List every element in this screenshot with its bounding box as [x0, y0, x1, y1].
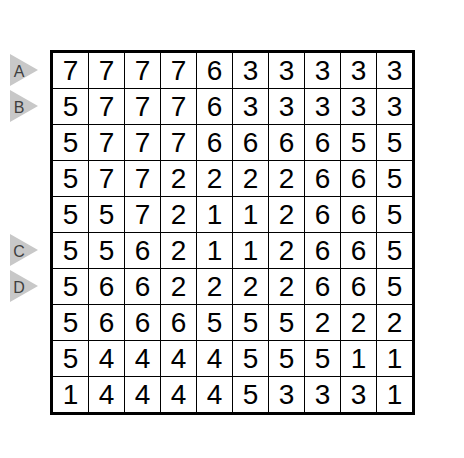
grid-cell: 5	[53, 233, 88, 268]
grid-cell: 4	[161, 377, 196, 412]
grid-cell: 7	[161, 89, 196, 124]
grid-cell: 7	[89, 53, 124, 88]
grid-cell: 5	[269, 341, 304, 376]
grid-cell: 3	[305, 377, 340, 412]
grid-cell: 5	[377, 197, 412, 232]
grid-cell: 6	[305, 269, 340, 304]
grid-cell: 5	[53, 341, 88, 376]
grid-cell: 4	[89, 377, 124, 412]
grid-cell: 1	[341, 341, 376, 376]
grid-cell: 5	[377, 233, 412, 268]
grid-cell: 7	[161, 53, 196, 88]
arrow-right-icon: D	[10, 270, 38, 302]
grid-cell: 4	[197, 377, 232, 412]
grid-cell: 7	[53, 53, 88, 88]
grid-cell: 2	[197, 269, 232, 304]
grid-cell: 5	[233, 341, 268, 376]
grid-cell: 3	[269, 53, 304, 88]
grid-cell: 7	[125, 89, 160, 124]
grid-cell: 2	[161, 269, 196, 304]
grid-cell: 1	[53, 377, 88, 412]
grid-cell: 2	[269, 197, 304, 232]
grid-cell: 1	[197, 197, 232, 232]
grid-cell: 6	[125, 305, 160, 340]
grid-cell: 6	[161, 305, 196, 340]
grid-cell: 7	[125, 197, 160, 232]
grid-cell: 6	[197, 53, 232, 88]
answer-arrow-label: B	[14, 99, 25, 116]
grid-cell: 5	[377, 269, 412, 304]
grid-cell: 5	[53, 305, 88, 340]
grid-cell: 4	[125, 377, 160, 412]
grid-cell: 5	[53, 197, 88, 232]
grid-cell: 4	[197, 341, 232, 376]
grid-cell: 3	[305, 89, 340, 124]
puzzle-canvas: ABCD 77776333335777633333577766665557722…	[0, 0, 464, 458]
grid-cell: 6	[125, 269, 160, 304]
grid-cell: 5	[377, 125, 412, 160]
grid-cell: 5	[305, 341, 340, 376]
grid-cell: 6	[89, 305, 124, 340]
grid-cell: 6	[305, 197, 340, 232]
grid-cell: 2	[305, 305, 340, 340]
grid-cell: 6	[89, 269, 124, 304]
puzzle-grid: 7777633333577763333357776666555772222665…	[50, 50, 415, 415]
grid-cell: 2	[233, 269, 268, 304]
grid-cell: 3	[341, 89, 376, 124]
grid-cell: 2	[233, 161, 268, 196]
grid-cell: 5	[197, 305, 232, 340]
grid-cell: 6	[197, 125, 232, 160]
arrow-right-icon: A	[10, 54, 38, 86]
grid-cell: 1	[233, 233, 268, 268]
grid-cell: 7	[125, 53, 160, 88]
grid-cell: 6	[341, 161, 376, 196]
grid-cell: 5	[53, 161, 88, 196]
grid-cell: 5	[377, 161, 412, 196]
arrow-right-icon: C	[10, 234, 38, 266]
grid-cell: 7	[161, 125, 196, 160]
grid-cell: 5	[89, 233, 124, 268]
grid-cell: 2	[161, 197, 196, 232]
answer-arrow-A: A	[10, 54, 38, 86]
grid-cell: 3	[269, 89, 304, 124]
grid-cell: 3	[305, 53, 340, 88]
grid-cell: 3	[233, 89, 268, 124]
grid-cell: 3	[269, 377, 304, 412]
grid-cell: 3	[377, 53, 412, 88]
grid-cell: 2	[269, 233, 304, 268]
grid-cell: 1	[377, 377, 412, 412]
grid-cell: 2	[269, 161, 304, 196]
grid-cell: 2	[377, 305, 412, 340]
grid-cell: 4	[161, 341, 196, 376]
grid-cell: 4	[89, 341, 124, 376]
grid-cell: 1	[377, 341, 412, 376]
grid-cell: 2	[161, 233, 196, 268]
grid-cell: 6	[269, 125, 304, 160]
grid-cell: 7	[125, 161, 160, 196]
grid-cell: 6	[233, 125, 268, 160]
grid-cell: 5	[233, 305, 268, 340]
grid-cell: 6	[341, 269, 376, 304]
answer-arrow-B: B	[10, 90, 38, 122]
grid-cell: 2	[161, 161, 196, 196]
grid-cell: 6	[305, 161, 340, 196]
answer-arrow-label: D	[13, 279, 25, 296]
grid-cell: 3	[233, 53, 268, 88]
answer-arrow-C: C	[10, 234, 38, 266]
grid-cell: 7	[89, 161, 124, 196]
grid-cell: 3	[377, 89, 412, 124]
grid-cell: 1	[233, 197, 268, 232]
grid-cell: 2	[197, 161, 232, 196]
grid-cell: 6	[341, 197, 376, 232]
grid-cell: 7	[125, 125, 160, 160]
answer-arrow-label: A	[14, 63, 25, 80]
answer-arrow-D: D	[10, 270, 38, 302]
grid-cell: 5	[53, 269, 88, 304]
arrow-right-icon: B	[10, 90, 38, 122]
grid-cell: 6	[197, 89, 232, 124]
grid-cell: 6	[125, 233, 160, 268]
grid-cell: 6	[341, 233, 376, 268]
grid-cell: 7	[89, 89, 124, 124]
grid-cell: 4	[125, 341, 160, 376]
grid-cell: 2	[269, 269, 304, 304]
grid-cell: 3	[341, 53, 376, 88]
answer-arrow-label: C	[13, 243, 25, 260]
grid-cell: 5	[269, 305, 304, 340]
grid-cell: 2	[341, 305, 376, 340]
grid-cell: 5	[89, 197, 124, 232]
grid-cell: 5	[233, 377, 268, 412]
grid-cell: 5	[53, 125, 88, 160]
grid-cell: 6	[305, 125, 340, 160]
grid-cell: 6	[305, 233, 340, 268]
grid-cell: 7	[89, 125, 124, 160]
grid-cell: 1	[197, 233, 232, 268]
grid-cell: 5	[53, 89, 88, 124]
grid-cell: 5	[341, 125, 376, 160]
grid-cell: 3	[341, 377, 376, 412]
